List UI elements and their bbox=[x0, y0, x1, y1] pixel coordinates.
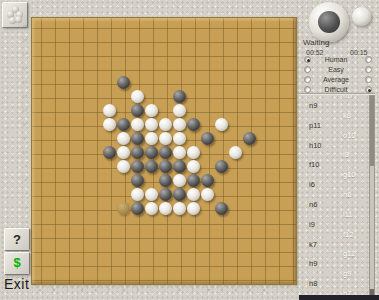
black-move-entry: k7 bbox=[309, 240, 368, 249]
black-stone bbox=[201, 174, 214, 187]
white-stone bbox=[173, 118, 186, 131]
white-player-indicator[interactable] bbox=[352, 7, 371, 26]
white-move-entry: i8 bbox=[343, 150, 368, 159]
row-label: 10 bbox=[22, 151, 27, 155]
difficulty-label: Difficult bbox=[311, 86, 361, 93]
black-stone-icon bbox=[318, 11, 340, 33]
difficulty-label: Average bbox=[311, 76, 361, 83]
col-label: m bbox=[207, 288, 210, 292]
row-label: 11 bbox=[22, 137, 27, 141]
system-menu-button[interactable] bbox=[2, 2, 28, 28]
white-stone bbox=[215, 118, 228, 131]
white-stone bbox=[131, 90, 144, 103]
black-stone bbox=[243, 132, 256, 145]
white-move-entry: f12 bbox=[343, 230, 368, 239]
row-label: 18 bbox=[22, 39, 27, 43]
black-stone bbox=[173, 90, 186, 103]
row-label: 14 bbox=[22, 95, 27, 99]
col-label: l bbox=[192, 288, 193, 292]
white-stone bbox=[131, 118, 144, 131]
white-stone bbox=[103, 118, 116, 131]
white-stone bbox=[145, 118, 158, 131]
white-stone bbox=[173, 104, 186, 117]
black-difficulty-radio-difficult[interactable] bbox=[304, 86, 311, 93]
white-stone bbox=[159, 202, 172, 215]
black-difficulty-radio-easy[interactable] bbox=[304, 66, 311, 73]
black-stone bbox=[201, 132, 214, 145]
white-stone bbox=[187, 202, 200, 215]
menu-dots-icon bbox=[15, 16, 22, 23]
white-stone bbox=[229, 146, 242, 159]
black-stone bbox=[215, 160, 228, 173]
white-stone bbox=[201, 188, 214, 201]
black-player-indicator[interactable] bbox=[309, 2, 349, 42]
white-difficulty-radio-easy[interactable] bbox=[365, 66, 372, 73]
col-label: p bbox=[249, 288, 251, 292]
white-stone bbox=[187, 146, 200, 159]
col-label: k bbox=[179, 288, 181, 292]
white-difficulty-radio-average[interactable] bbox=[365, 76, 372, 83]
row-label: 16 bbox=[22, 67, 27, 71]
white-move-entry: k8 bbox=[343, 111, 368, 120]
white-stone bbox=[117, 146, 130, 159]
money-button[interactable]: $ bbox=[4, 252, 30, 275]
white-move-entry: g9 bbox=[343, 269, 368, 278]
black-move-entry: f10 bbox=[309, 160, 368, 169]
white-stone bbox=[159, 118, 172, 131]
white-stone bbox=[187, 188, 200, 201]
game-window: 19181716151413121110987654321 abcdefghij… bbox=[0, 0, 379, 300]
black-stone bbox=[159, 188, 172, 201]
difficulty-row: Average bbox=[299, 75, 375, 85]
black-stone bbox=[103, 146, 116, 159]
col-label: f bbox=[108, 288, 109, 292]
black-move-entry: p11 bbox=[309, 121, 368, 130]
col-label: d bbox=[81, 288, 83, 292]
white-move-entry: n6 bbox=[343, 190, 368, 199]
col-label: n bbox=[221, 288, 223, 292]
white-difficulty-radio-human[interactable] bbox=[365, 56, 372, 63]
white-stone bbox=[145, 188, 158, 201]
white-stone bbox=[145, 202, 158, 215]
black-move-entry: n9 bbox=[309, 101, 368, 110]
black-move-entry: h10 bbox=[309, 141, 368, 150]
white-move-entry: o10 bbox=[343, 131, 368, 140]
exit-button[interactable]: Exit bbox=[4, 276, 29, 292]
row-label: 9 bbox=[22, 165, 27, 169]
black-move-entry: i9 bbox=[309, 220, 368, 229]
black-move-entry: n6 bbox=[309, 200, 368, 209]
black-stone bbox=[145, 160, 158, 173]
black-stone bbox=[173, 188, 186, 201]
black-stone bbox=[159, 146, 172, 159]
white-difficulty-radio-difficult[interactable] bbox=[365, 86, 372, 93]
col-label: h bbox=[137, 288, 139, 292]
status-label: Waiting bbox=[303, 38, 329, 47]
black-move-entry: i6 bbox=[309, 180, 368, 189]
black-stone bbox=[187, 118, 200, 131]
col-label: e bbox=[95, 288, 97, 292]
black-move-entry: h9 bbox=[309, 259, 368, 268]
black-stone bbox=[131, 146, 144, 159]
black-stone bbox=[215, 202, 228, 215]
white-stone bbox=[103, 104, 116, 117]
white-stone bbox=[131, 188, 144, 201]
black-stone bbox=[131, 132, 144, 145]
black-stone bbox=[145, 146, 158, 159]
white-stone bbox=[117, 160, 130, 173]
col-label: g bbox=[123, 288, 125, 292]
bottom-bar bbox=[299, 295, 379, 300]
white-stone bbox=[173, 146, 186, 159]
difficulty-label: Easy bbox=[311, 66, 361, 73]
row-label: 6 bbox=[22, 207, 27, 211]
white-move-entry: i11 bbox=[343, 210, 368, 219]
black-stone bbox=[117, 76, 130, 89]
row-label: 13 bbox=[22, 109, 27, 113]
black-move-entry: h8 bbox=[309, 279, 368, 288]
help-button[interactable]: ? bbox=[4, 228, 30, 251]
ghost-stone-preview bbox=[117, 202, 130, 215]
col-label: b bbox=[53, 288, 55, 292]
black-stone bbox=[173, 160, 186, 173]
col-label: c bbox=[67, 288, 69, 292]
scrollbar-thumb[interactable] bbox=[370, 96, 374, 166]
white-move-entry: g10 bbox=[343, 170, 368, 179]
black-stone bbox=[131, 174, 144, 187]
black-stone bbox=[117, 118, 130, 131]
move-list[interactable]: m7n9k8p11o10h10i8f10g10i6n6n6i11i9f12k7g… bbox=[299, 95, 368, 295]
difficulty-label: Human bbox=[311, 56, 361, 63]
board[interactable] bbox=[31, 17, 297, 285]
col-label: q bbox=[263, 288, 265, 292]
row-label: 7 bbox=[22, 193, 27, 197]
white-stone bbox=[187, 160, 200, 173]
black-stone bbox=[187, 174, 200, 187]
white-stone bbox=[145, 132, 158, 145]
white-stone bbox=[173, 132, 186, 145]
col-label: i bbox=[150, 288, 151, 292]
row-label: 8 bbox=[22, 179, 27, 183]
movelist-scrollbar[interactable] bbox=[369, 95, 375, 296]
row-label: 5 bbox=[22, 221, 27, 225]
col-label: o bbox=[235, 288, 237, 292]
row-label: 15 bbox=[22, 81, 27, 85]
col-label: j bbox=[164, 288, 165, 292]
row-label: 12 bbox=[22, 123, 27, 127]
black-stone bbox=[159, 174, 172, 187]
white-stone bbox=[173, 174, 186, 187]
col-label: r bbox=[276, 288, 277, 292]
row-label: 19 bbox=[22, 25, 27, 29]
white-stone bbox=[145, 104, 158, 117]
black-stone bbox=[131, 160, 144, 173]
black-stone bbox=[159, 160, 172, 173]
col-label: a bbox=[39, 288, 41, 292]
black-difficulty-radio-average[interactable] bbox=[304, 76, 311, 83]
white-move-entry: g11 bbox=[343, 249, 368, 258]
row-label: 17 bbox=[22, 53, 27, 57]
white-stone bbox=[173, 202, 186, 215]
col-label: s bbox=[291, 288, 293, 292]
white-stone bbox=[117, 132, 130, 145]
white-stone bbox=[159, 132, 172, 145]
black-difficulty-radio-human[interactable] bbox=[304, 56, 311, 63]
difficulty-row: Human bbox=[299, 55, 375, 65]
black-stone bbox=[131, 104, 144, 117]
black-stone bbox=[131, 202, 144, 215]
difficulty-row: Easy bbox=[299, 65, 375, 75]
white-move-entry: m7 bbox=[343, 95, 368, 100]
